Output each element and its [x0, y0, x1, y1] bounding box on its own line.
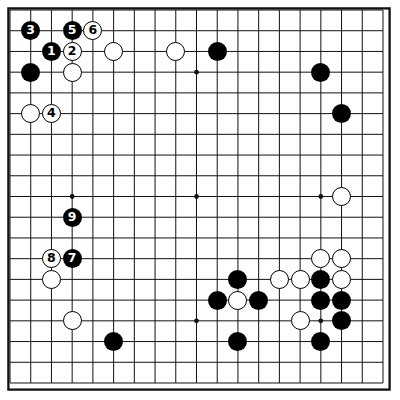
black-stone [310, 269, 331, 290]
white-stone [290, 269, 311, 290]
black-stone [310, 290, 331, 311]
go-diagram: 356124987 [0, 0, 400, 400]
white-stone [62, 310, 83, 331]
black-stone: 9 [62, 207, 83, 228]
move-number: 9 [68, 211, 77, 224]
black-stone [331, 103, 352, 124]
black-stone [248, 290, 269, 311]
white-stone [20, 103, 41, 124]
black-stone [310, 62, 331, 83]
black-stone: 3 [20, 20, 41, 41]
black-stone [20, 62, 41, 83]
move-number: 7 [68, 252, 77, 265]
white-stone [290, 310, 311, 331]
white-stone [331, 186, 352, 207]
white-stone: 8 [41, 248, 62, 269]
white-stone [228, 290, 249, 311]
go-board[interactable]: 356124987 [0, 0, 393, 393]
black-stone [310, 331, 331, 352]
white-stone [331, 269, 352, 290]
white-stone [165, 41, 186, 62]
black-stone [331, 290, 352, 311]
white-stone: 4 [41, 103, 62, 124]
black-stone: 5 [62, 20, 83, 41]
black-stone: 1 [41, 41, 62, 62]
white-stone [41, 269, 62, 290]
black-stone [331, 310, 352, 331]
black-stone [228, 269, 249, 290]
black-stone [228, 331, 249, 352]
black-stone [207, 41, 228, 62]
move-number: 5 [68, 24, 77, 37]
white-stone [269, 269, 290, 290]
move-number: 3 [26, 24, 35, 37]
white-stone [103, 41, 124, 62]
black-stone [207, 290, 228, 311]
white-stone [62, 62, 83, 83]
move-number: 1 [47, 45, 56, 58]
black-stone: 7 [62, 248, 83, 269]
black-stone [103, 331, 124, 352]
white-stone: 6 [83, 20, 104, 41]
move-number: 6 [89, 24, 98, 37]
move-number: 8 [47, 252, 56, 265]
white-stone [310, 248, 331, 269]
move-number: 2 [68, 45, 77, 58]
move-number: 4 [47, 107, 56, 120]
white-stone: 2 [62, 41, 83, 62]
white-stone [331, 248, 352, 269]
